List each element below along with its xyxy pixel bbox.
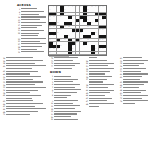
cell-number: 13 (102, 6, 104, 7)
cell-number: 49 (80, 32, 82, 33)
clue-number: 19 (50, 113, 53, 115)
cell-number: 29 (102, 19, 104, 20)
cell-number: 36 (49, 26, 51, 27)
clue-text-bar (54, 113, 77, 114)
grid-cell[interactable] (102, 52, 106, 55)
cell-number: 33 (83, 22, 85, 23)
clue-number: 63 (2, 100, 5, 102)
clue-line (119, 102, 148, 105)
clue-number: 64 (2, 103, 5, 105)
clue-number: 31 (17, 51, 20, 53)
cell-number: 25 (49, 19, 51, 20)
cell-number: 39 (68, 26, 70, 27)
clue-text-bar (54, 95, 71, 96)
clue-text-bar (54, 79, 78, 80)
clue-text-bar (21, 49, 37, 50)
clue-line: 21 (50, 118, 81, 121)
clue-text-bar (89, 106, 99, 107)
clue-text-bar (6, 79, 33, 80)
clue-number: 23 (17, 38, 20, 40)
clue-text-bar (123, 81, 148, 82)
clue-number: 40 (85, 89, 88, 91)
cell-number: 12 (99, 6, 101, 7)
cell-number: 44 (99, 29, 101, 30)
clue-number: 29 (85, 65, 88, 67)
clue-text-bar (123, 98, 142, 99)
cell-number: 7 (76, 6, 77, 7)
cell-number: 56 (60, 39, 62, 40)
cell-number: 76 (72, 52, 74, 53)
cell-number: 28 (99, 19, 101, 20)
clue-number: 77 (50, 65, 53, 67)
clue-number: 72 (50, 57, 53, 59)
clue-text-bar (6, 68, 32, 69)
cell-number: 20 (53, 16, 55, 17)
clue-number: 63 (119, 81, 122, 83)
cell-number: 18 (87, 13, 89, 14)
clue-number: 45 (85, 97, 88, 99)
cell-number: 22 (72, 16, 74, 17)
clue-text-bar (54, 100, 78, 101)
cell-number: 42 (60, 29, 62, 30)
clue-text-bar (6, 73, 30, 74)
clue-text-bar (6, 111, 38, 112)
clue-text-bar (123, 60, 148, 61)
clue-number: 41 (2, 65, 5, 67)
clue-column-b: 72757677 DOWN 12345678910111213192021 (50, 57, 81, 121)
clue-line: 31 (17, 51, 46, 54)
cell-number: 23 (87, 16, 89, 17)
clue-number: 60 (119, 73, 122, 75)
cell-number: 30 (57, 22, 59, 23)
cell-number: 10 (91, 6, 93, 7)
cell-number: 5 (68, 6, 69, 7)
across-clues-tail: 72757677 (50, 57, 81, 70)
clue-text-bar (89, 103, 114, 104)
clue-text-bar (21, 25, 42, 26)
clue-text-bar (54, 111, 81, 112)
cell-number: 50 (95, 32, 97, 33)
cell-number: 57 (64, 39, 66, 40)
clue-text-bar (21, 38, 46, 39)
clue-number: 1 (17, 8, 20, 10)
clue-text-bar (89, 95, 105, 96)
clue-number: 48 (85, 103, 88, 105)
clue-number: 61 (119, 76, 122, 78)
crossword-grid: 1234567891011121314151617181920212223242… (48, 5, 107, 56)
clue-number: 68 (119, 89, 122, 91)
cell-number: 9 (87, 6, 88, 7)
clue-number: 8 (50, 94, 53, 96)
clue-text-bar (21, 30, 44, 31)
clue-number: 73 (119, 97, 122, 99)
cell-number: 43 (83, 29, 85, 30)
clue-line: 71 (2, 113, 46, 116)
clue-number: 24 (85, 60, 88, 62)
clue-number: 21 (50, 119, 53, 121)
cell-number: 66 (72, 45, 74, 46)
clue-number: 47 (85, 100, 88, 102)
clue-text-bar (123, 79, 139, 80)
clue-text-bar (89, 98, 112, 99)
clue-number: 56 (2, 89, 5, 91)
puzzle-page: ACROSS 14914151617181922232527283031 123… (0, 0, 150, 150)
cell-number: 32 (76, 22, 78, 23)
clue-number: 46 (2, 73, 5, 75)
cell-number: 17 (64, 13, 66, 14)
cell-number: 2 (53, 6, 54, 7)
clue-text-bar (54, 84, 80, 85)
clue-number: 17 (17, 24, 20, 26)
clue-text-bar (54, 119, 78, 120)
clue-text-bar (89, 71, 110, 72)
cell-number: 62 (53, 42, 55, 43)
clue-text-bar (123, 103, 135, 104)
clue-text-bar (54, 68, 72, 69)
clue-number: 26 (85, 62, 88, 64)
cell-number: 46 (57, 32, 59, 33)
cell-number: 19 (49, 16, 51, 17)
cell-number: 63 (76, 42, 78, 43)
cell-number: 58 (80, 39, 82, 40)
cell-number: 51 (49, 35, 51, 36)
down-clues-1: 12345678910111213192021 (50, 75, 81, 121)
across-clues-bottom: 3436384143465051535455565862636465666871 (2, 57, 46, 116)
cell-number: 38 (64, 26, 66, 27)
clue-text-bar (89, 79, 107, 80)
cell-number: 6 (72, 6, 73, 7)
cell-number: 1 (49, 6, 50, 7)
clue-text-bar (6, 90, 38, 91)
clue-text-bar (54, 87, 75, 88)
clue-text-bar (21, 11, 44, 12)
clue-number: 30 (17, 48, 20, 50)
across-header: ACROSS (17, 4, 31, 7)
cell-number: 52 (53, 35, 55, 36)
clue-number: 27 (17, 43, 20, 45)
clue-text-bar (21, 41, 40, 42)
clue-text-bar (89, 63, 114, 64)
clue-text-bar (6, 98, 32, 99)
clue-number: 75 (50, 60, 53, 62)
cell-number: 47 (72, 32, 74, 33)
cell-number: 59 (87, 39, 89, 40)
clue-text-bar (123, 90, 146, 91)
clue-text-bar (89, 90, 114, 91)
cell-number: 73 (99, 48, 101, 49)
clue-text-bar (123, 68, 146, 69)
clue-number: 66 (2, 108, 5, 110)
clue-number: 53 (2, 81, 5, 83)
clue-text-bar (123, 95, 148, 96)
cell-number: 34 (91, 22, 93, 23)
clue-text-bar (54, 76, 71, 77)
clue-text-bar (123, 73, 148, 74)
clue-text-bar (123, 71, 141, 72)
clue-number: 49 (119, 57, 122, 59)
clue-number: 34 (2, 57, 5, 59)
cell-number: 31 (72, 22, 74, 23)
cell-number: 37 (53, 26, 55, 27)
cell-number: 61 (102, 39, 104, 40)
clue-number: 2 (50, 78, 53, 80)
cell-number: 26 (80, 19, 82, 20)
cell-number: 45 (102, 29, 104, 30)
clue-number: 54 (119, 65, 122, 67)
clue-text-bar (89, 87, 108, 88)
clue-text-bar (21, 14, 39, 15)
cell-number: 11 (95, 6, 97, 7)
clue-number: 36 (2, 60, 5, 62)
cell-number: 48 (76, 32, 78, 33)
cell-number: 72 (95, 48, 97, 49)
cell-number: 15 (64, 9, 66, 10)
cell-number: 77 (95, 52, 97, 53)
clue-text-bar (21, 33, 39, 34)
clue-number: 38 (2, 62, 5, 64)
clue-number: 74 (119, 100, 122, 102)
cell-number: 8 (80, 6, 81, 7)
clue-text-bar (6, 71, 38, 72)
down-clues-2: 24262932333536373839404244454748 (85, 57, 114, 108)
clue-text-bar (123, 87, 139, 88)
clue-number: 52 (119, 62, 122, 64)
clue-text-bar (21, 46, 42, 47)
cell-number: 67 (83, 45, 85, 46)
clue-text-bar (6, 114, 30, 115)
clue-text-bar (6, 103, 43, 104)
clue-text-bar (89, 73, 105, 74)
clue-text-bar (6, 81, 43, 82)
clue-text-bar (89, 68, 114, 69)
clue-number: 10 (50, 102, 53, 104)
clue-number: 9 (50, 100, 53, 102)
clue-text-bar (6, 87, 46, 88)
clue-number: 71 (2, 113, 5, 115)
clue-text-bar (6, 60, 43, 61)
cell-number: 21 (60, 16, 62, 17)
cell-number: 53 (68, 35, 70, 36)
clue-number: 11 (50, 105, 53, 107)
clue-number: 25 (17, 40, 20, 42)
cell-number: 65 (60, 45, 62, 46)
clue-text-bar (21, 22, 46, 23)
cell-number: 69 (53, 48, 55, 49)
cell-number: 55 (49, 39, 51, 40)
clue-number: 35 (85, 73, 88, 75)
cell-number: 27 (87, 19, 89, 20)
clue-number: 5 (50, 86, 53, 88)
down-clues-3: 49515254575960616366676869707374 (119, 57, 148, 105)
clue-text-bar (123, 63, 144, 64)
cell-number: 16 (87, 9, 89, 10)
cell-number: 3 (57, 6, 58, 7)
cell-number: 41 (49, 29, 51, 30)
clue-number: 14 (17, 16, 20, 18)
cell-number: 60 (99, 39, 101, 40)
clue-text-bar (54, 60, 73, 61)
clue-text-bar (89, 60, 107, 61)
clue-text-bar (6, 95, 41, 96)
clue-number: 76 (50, 62, 53, 64)
cell-number: 14 (49, 9, 51, 10)
clue-text-bar (54, 108, 75, 109)
cell-number: 4 (64, 6, 65, 7)
cell-number: 24 (99, 16, 101, 17)
cell-number: 71 (72, 48, 74, 49)
clue-text-bar (89, 81, 103, 82)
clue-text-bar (54, 63, 80, 64)
cell-number: 70 (57, 48, 59, 49)
down-header: DOWN (50, 71, 81, 74)
clue-number: 65 (2, 105, 5, 107)
across-clues-top: 14914151617181922232527283031 (17, 8, 46, 54)
clue-text-bar (21, 51, 44, 52)
cell-number: 75 (49, 52, 51, 53)
cell-number: 54 (91, 35, 93, 36)
clue-text-bar (54, 103, 73, 104)
cell-number: 64 (87, 42, 89, 43)
clue-text-bar (6, 106, 35, 107)
clue-number: 22 (17, 32, 20, 34)
clue-text-bar (6, 63, 35, 64)
clue-number: 51 (119, 60, 122, 62)
clue-text-bar (54, 92, 77, 93)
cell-number: 74 (102, 48, 104, 49)
clue-line (85, 105, 114, 108)
clue-text-bar (21, 16, 46, 17)
cell-number: 68 (49, 48, 51, 49)
cell-number: 35 (95, 22, 97, 23)
cell-number: 40 (87, 26, 89, 27)
